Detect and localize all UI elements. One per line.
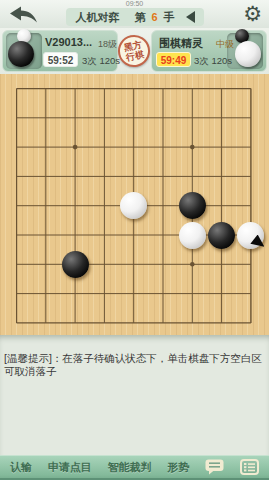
smart-referee-button[interactable]: 智能裁判 — [108, 460, 152, 475]
menu-list-icon[interactable] — [240, 459, 259, 475]
go-app-screen: 09:50 人机对弈 第 6 手 ⚙ V29013... 18级 59:52 3… — [0, 0, 269, 480]
game-mode-label: 人机对弈 — [75, 10, 119, 25]
chat-bubble-icon[interactable] — [205, 459, 224, 475]
black-stone-r5c7 — [208, 222, 235, 249]
previous-move-icon[interactable] — [186, 11, 195, 23]
back-arrow-icon[interactable] — [7, 5, 39, 25]
seal-line2: 行棋 — [125, 49, 145, 63]
white-stone-r5c8 — [237, 222, 264, 249]
white-byoyomi: 3次 120s — [194, 55, 232, 68]
black-stone-r4c6 — [179, 192, 206, 219]
move-number: 6 — [151, 11, 157, 23]
white-main-timer: 59:49 — [156, 52, 191, 67]
black-player-avatar — [6, 33, 42, 69]
request-counting-button[interactable]: 申请点目 — [48, 460, 92, 475]
black-player-name: V29013... — [45, 36, 92, 48]
big-white-stone-icon — [235, 41, 261, 67]
hint-line2: 可取消落子 — [4, 365, 265, 378]
black-main-timer: 59:52 — [43, 52, 78, 67]
board-play-area[interactable] — [16, 88, 252, 324]
go-board — [0, 74, 269, 335]
hint-line1: [温馨提示]：在落子待确认状态下，单击棋盘下方空白区 — [4, 352, 265, 365]
move-label-suffix: 手 — [164, 10, 175, 25]
white-player-name: 围棋精灵 — [159, 36, 203, 51]
black-stone-r6c2 — [62, 251, 89, 278]
black-player-rank: 18级 — [98, 38, 117, 51]
black-byoyomi: 3次 120s — [82, 55, 120, 68]
white-player-rank: 中级 — [216, 38, 234, 51]
big-black-stone-icon — [8, 41, 34, 67]
turn-indicator-seal: 黑方 行棋 — [115, 32, 153, 70]
white-stone-r5c6 — [179, 222, 206, 249]
last-move-triangle-marker — [250, 235, 264, 248]
bottom-toolbar: 认输 申请点目 智能裁判 形势 — [0, 455, 269, 480]
territory-button[interactable]: 形势 — [167, 460, 189, 475]
move-label-prefix: 第 — [134, 10, 145, 25]
resign-button[interactable]: 认输 — [10, 460, 32, 475]
white-player-panel: 围棋精灵 中级 59:49 3次 120s — [151, 30, 267, 72]
players-bar: V29013... 18级 59:52 3次 120s 黑方 行棋 围棋精灵 中… — [0, 28, 269, 74]
status-bar-clock: 09:50 — [0, 0, 269, 7]
game-title-pill: 人机对弈 第 6 手 — [66, 8, 204, 26]
hint-area: [温馨提示]：在落子待确认状态下，单击棋盘下方空白区 可取消落子 — [0, 335, 269, 455]
black-player-panel: V29013... 18级 59:52 3次 120s — [2, 30, 118, 72]
